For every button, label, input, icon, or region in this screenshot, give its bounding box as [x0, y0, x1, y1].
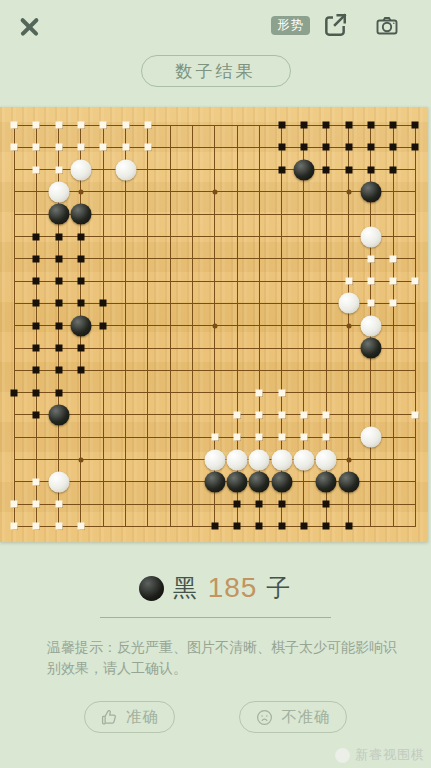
- black-territory-marker: [77, 233, 84, 240]
- white-stone: [360, 226, 381, 247]
- white-territory-marker: [100, 122, 107, 129]
- black-territory-marker: [234, 501, 241, 508]
- app-watermark: 新睿视围棋: [335, 746, 425, 764]
- result-line: 黑 185 子: [0, 572, 431, 604]
- black-territory-marker: [256, 501, 263, 508]
- white-stone: [360, 427, 381, 448]
- white-territory-marker: [412, 411, 419, 418]
- black-territory-marker: [278, 501, 285, 508]
- white-stone: [115, 159, 136, 180]
- white-territory-marker: [323, 434, 330, 441]
- white-territory-marker: [11, 122, 18, 129]
- black-territory-marker: [234, 523, 241, 530]
- grid-line-horizontal: [14, 414, 416, 415]
- white-stone: [70, 159, 91, 180]
- black-stone: [338, 471, 359, 492]
- white-territory-marker: [256, 411, 263, 418]
- white-territory-marker: [11, 501, 18, 508]
- black-territory-marker: [55, 255, 62, 262]
- black-territory-marker: [100, 300, 107, 307]
- white-territory-marker: [122, 122, 129, 129]
- black-territory-marker: [211, 523, 218, 530]
- white-stone: [338, 293, 359, 314]
- white-territory-marker: [278, 411, 285, 418]
- watermark-text: 新睿视围棋: [355, 746, 425, 764]
- black-stone-icon: [139, 576, 164, 601]
- black-territory-marker: [55, 233, 62, 240]
- star-point: [78, 189, 83, 194]
- black-territory-marker: [278, 166, 285, 173]
- result-color-label: 黑: [173, 572, 199, 604]
- black-territory-marker: [55, 278, 62, 285]
- feedback-buttons: 准确 不准确: [0, 701, 431, 733]
- white-territory-marker: [256, 389, 263, 396]
- black-territory-marker: [278, 122, 285, 129]
- white-territory-marker: [122, 144, 129, 151]
- white-territory-marker: [100, 144, 107, 151]
- result-count: 185: [208, 572, 258, 604]
- black-territory-marker: [77, 367, 84, 374]
- accurate-button[interactable]: 准确: [84, 701, 175, 733]
- white-territory-marker: [300, 411, 307, 418]
- star-point: [346, 189, 351, 194]
- black-territory-marker: [77, 300, 84, 307]
- tip-text: 温馨提示：反光严重、图片不清晰、棋子太少可能影响识别效果，请人工确认。: [47, 637, 399, 679]
- grid-line-horizontal: [14, 504, 416, 505]
- grid-line-vertical: [125, 125, 126, 527]
- white-territory-marker: [390, 278, 397, 285]
- sad-face-icon: [255, 708, 274, 727]
- white-territory-marker: [55, 144, 62, 151]
- white-territory-marker: [144, 144, 151, 151]
- white-territory-marker: [33, 144, 40, 151]
- black-territory-marker: [390, 144, 397, 151]
- white-stone: [249, 449, 270, 470]
- white-territory-marker: [390, 255, 397, 262]
- black-territory-marker: [300, 523, 307, 530]
- white-territory-marker: [33, 523, 40, 530]
- go-board: [0, 107, 428, 542]
- grid-line-horizontal: [14, 392, 416, 393]
- white-stone: [316, 449, 337, 470]
- white-territory-marker: [77, 122, 84, 129]
- white-territory-marker: [211, 434, 218, 441]
- black-stone: [316, 471, 337, 492]
- white-territory-marker: [234, 411, 241, 418]
- star-point: [212, 189, 217, 194]
- star-point: [346, 457, 351, 462]
- white-stone: [360, 315, 381, 336]
- black-territory-marker: [367, 166, 374, 173]
- white-territory-marker: [55, 501, 62, 508]
- grid-line-horizontal: [14, 370, 416, 371]
- black-territory-marker: [33, 255, 40, 262]
- black-territory-marker: [345, 523, 352, 530]
- white-territory-marker: [367, 255, 374, 262]
- white-territory-marker: [55, 523, 62, 530]
- black-territory-marker: [300, 122, 307, 129]
- black-territory-marker: [33, 233, 40, 240]
- black-territory-marker: [323, 144, 330, 151]
- black-territory-marker: [412, 122, 419, 129]
- white-territory-marker: [11, 144, 18, 151]
- white-territory-marker: [278, 389, 285, 396]
- grid-line-horizontal: [14, 236, 416, 237]
- white-stone: [227, 449, 248, 470]
- black-territory-marker: [33, 322, 40, 329]
- black-territory-marker: [55, 300, 62, 307]
- black-stone: [249, 471, 270, 492]
- white-territory-marker: [144, 122, 151, 129]
- close-icon[interactable]: [19, 16, 40, 37]
- black-stone: [360, 338, 381, 359]
- grid-line-vertical: [14, 125, 15, 527]
- black-territory-marker: [390, 122, 397, 129]
- white-territory-marker: [33, 501, 40, 508]
- white-territory-marker: [33, 122, 40, 129]
- accurate-label: 准确: [126, 707, 159, 728]
- star-point: [212, 323, 217, 328]
- grid-line-vertical: [415, 125, 416, 527]
- thumbs-up-icon: [100, 708, 119, 727]
- black-territory-marker: [77, 278, 84, 285]
- share-icon[interactable]: [322, 12, 348, 38]
- black-territory-marker: [33, 389, 40, 396]
- inaccurate-button[interactable]: 不准确: [239, 701, 347, 733]
- black-territory-marker: [412, 144, 419, 151]
- black-territory-marker: [390, 166, 397, 173]
- black-territory-marker: [323, 122, 330, 129]
- white-territory-marker: [234, 434, 241, 441]
- white-territory-marker: [278, 434, 285, 441]
- watermark-logo-icon: [335, 748, 350, 763]
- white-territory-marker: [300, 434, 307, 441]
- black-stone: [70, 315, 91, 336]
- black-territory-marker: [55, 367, 62, 374]
- black-territory-marker: [33, 411, 40, 418]
- white-territory-marker: [77, 523, 84, 530]
- black-stone: [293, 159, 314, 180]
- white-stone: [204, 449, 225, 470]
- black-territory-marker: [278, 144, 285, 151]
- white-stone: [293, 449, 314, 470]
- white-territory-marker: [77, 144, 84, 151]
- black-territory-marker: [345, 144, 352, 151]
- grid-line-vertical: [192, 125, 193, 527]
- black-stone: [204, 471, 225, 492]
- black-stone: [271, 471, 292, 492]
- inaccurate-label: 不准确: [281, 707, 331, 728]
- white-territory-marker: [323, 411, 330, 418]
- black-territory-marker: [77, 255, 84, 262]
- white-territory-marker: [345, 278, 352, 285]
- grid-line-vertical: [170, 125, 171, 527]
- white-territory-marker: [256, 434, 263, 441]
- white-territory-marker: [367, 278, 374, 285]
- camera-icon[interactable]: [372, 14, 402, 38]
- star-point: [346, 323, 351, 328]
- black-territory-marker: [55, 389, 62, 396]
- black-territory-marker: [33, 367, 40, 374]
- black-territory-marker: [33, 300, 40, 307]
- page-title: 数子结果: [141, 55, 291, 87]
- white-territory-marker: [55, 166, 62, 173]
- white-territory-marker: [11, 523, 18, 530]
- black-stone: [227, 471, 248, 492]
- result-unit: 子: [266, 572, 292, 604]
- white-territory-marker: [33, 478, 40, 485]
- black-territory-marker: [345, 122, 352, 129]
- grid-line-horizontal: [14, 348, 416, 349]
- white-territory-marker: [367, 300, 374, 307]
- white-territory-marker: [412, 278, 419, 285]
- black-territory-marker: [100, 322, 107, 329]
- grid-line-vertical: [393, 125, 394, 527]
- black-territory-marker: [323, 166, 330, 173]
- white-territory-marker: [33, 166, 40, 173]
- black-stone: [48, 204, 69, 225]
- star-point: [78, 457, 83, 462]
- situation-button[interactable]: 形势: [271, 16, 310, 35]
- white-stone: [48, 471, 69, 492]
- black-territory-marker: [278, 523, 285, 530]
- black-territory-marker: [345, 166, 352, 173]
- white-territory-marker: [390, 300, 397, 307]
- grid-line-vertical: [147, 125, 148, 527]
- black-territory-marker: [33, 278, 40, 285]
- black-territory-marker: [300, 144, 307, 151]
- grid-line-horizontal: [14, 125, 416, 126]
- black-territory-marker: [256, 523, 263, 530]
- black-territory-marker: [323, 523, 330, 530]
- divider: [100, 617, 331, 618]
- black-stone: [48, 404, 69, 425]
- white-territory-marker: [55, 122, 62, 129]
- black-stone: [360, 181, 381, 202]
- grid-line-horizontal: [14, 281, 416, 282]
- black-stone: [70, 204, 91, 225]
- black-territory-marker: [323, 501, 330, 508]
- black-territory-marker: [33, 345, 40, 352]
- black-territory-marker: [367, 122, 374, 129]
- white-stone: [271, 449, 292, 470]
- black-territory-marker: [55, 322, 62, 329]
- black-territory-marker: [55, 345, 62, 352]
- black-territory-marker: [77, 345, 84, 352]
- black-territory-marker: [367, 144, 374, 151]
- white-stone: [48, 181, 69, 202]
- black-territory-marker: [11, 389, 18, 396]
- grid-line-horizontal: [14, 258, 416, 259]
- grid-line-horizontal: [14, 147, 416, 148]
